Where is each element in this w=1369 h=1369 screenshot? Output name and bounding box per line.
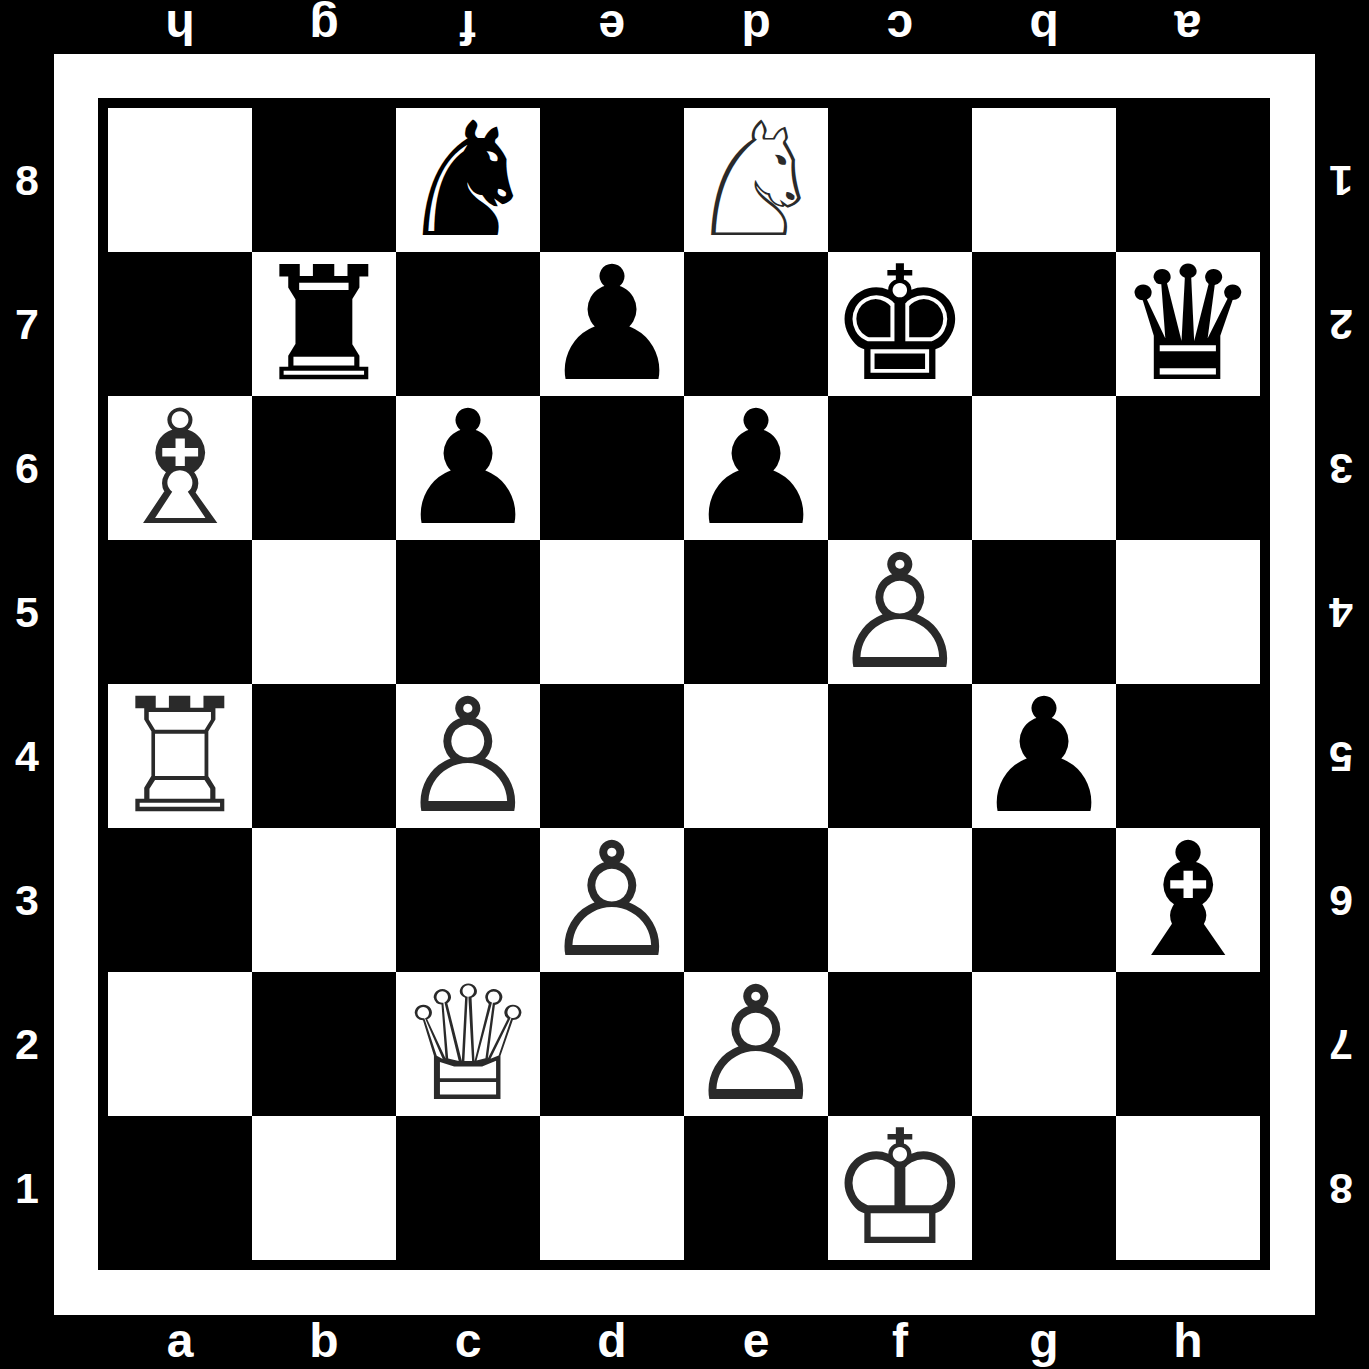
file-label-top-b: b: [1029, 3, 1058, 51]
square-h7[interactable]: ♛: [1116, 252, 1260, 396]
square-g3[interactable]: [972, 828, 1116, 972]
file-label-bottom-d: d: [597, 1317, 626, 1365]
square-e6[interactable]: ♟: [684, 396, 828, 540]
white-pawn-piece[interactable]: ♙: [541, 821, 683, 979]
square-e3[interactable]: [684, 828, 828, 972]
square-e7[interactable]: [684, 252, 828, 396]
file-label-bottom-g: g: [1029, 1317, 1058, 1365]
rank-label-left-7: 7: [15, 303, 39, 346]
black-king-piece[interactable]: ♚: [829, 245, 971, 403]
square-g1[interactable]: [972, 1116, 1116, 1260]
square-g4[interactable]: ♟: [972, 684, 1116, 828]
square-h6[interactable]: [1116, 396, 1260, 540]
square-h2[interactable]: [1116, 972, 1260, 1116]
square-c5[interactable]: [396, 540, 540, 684]
square-e1[interactable]: [684, 1116, 828, 1260]
square-g7[interactable]: [972, 252, 1116, 396]
square-d7[interactable]: ♟: [540, 252, 684, 396]
file-label-bottom-e: e: [743, 1317, 770, 1365]
square-d3[interactable]: ♙: [540, 828, 684, 972]
rank-label-right-7: 7: [1329, 1023, 1353, 1066]
board-grid: ♞♘♜♟♚♛♗♟♟♙♖♙♟♙♝♕♙♔: [108, 108, 1260, 1260]
square-f3[interactable]: [828, 828, 972, 972]
square-g6[interactable]: [972, 396, 1116, 540]
white-bishop-piece[interactable]: ♗: [109, 389, 251, 547]
square-a6[interactable]: ♗: [108, 396, 252, 540]
square-c2[interactable]: ♕: [396, 972, 540, 1116]
square-e8[interactable]: ♘: [684, 108, 828, 252]
square-f1[interactable]: ♔: [828, 1116, 972, 1260]
rank-label-left-5: 5: [15, 591, 39, 634]
square-h8[interactable]: [1116, 108, 1260, 252]
rank-label-right-1: 1: [1329, 159, 1353, 202]
file-label-top-e: e: [599, 3, 626, 51]
chessboard-diagram: ♞♘♜♟♚♛♗♟♟♙♖♙♟♙♝♕♙♔ hgfedcbaabcdefgh87654…: [0, 0, 1369, 1369]
file-label-top-c: c: [887, 3, 914, 51]
square-b4[interactable]: [252, 684, 396, 828]
file-label-top-d: d: [741, 3, 770, 51]
rank-label-right-3: 3: [1329, 447, 1353, 490]
file-label-top-a: a: [1175, 3, 1202, 51]
white-knight-piece[interactable]: ♘: [685, 101, 827, 259]
square-b7[interactable]: ♜: [252, 252, 396, 396]
square-b2[interactable]: [252, 972, 396, 1116]
white-queen-piece[interactable]: ♕: [397, 965, 539, 1123]
square-a2[interactable]: [108, 972, 252, 1116]
black-pawn-piece[interactable]: ♟: [685, 389, 827, 547]
square-e5[interactable]: [684, 540, 828, 684]
square-c6[interactable]: ♟: [396, 396, 540, 540]
square-a5[interactable]: [108, 540, 252, 684]
square-f2[interactable]: [828, 972, 972, 1116]
square-f5[interactable]: ♙: [828, 540, 972, 684]
white-rook-piece[interactable]: ♖: [109, 677, 251, 835]
square-h1[interactable]: [1116, 1116, 1260, 1260]
file-label-bottom-f: f: [892, 1317, 908, 1365]
file-label-top-f: f: [460, 3, 476, 51]
square-d4[interactable]: [540, 684, 684, 828]
square-f7[interactable]: ♚: [828, 252, 972, 396]
black-pawn-piece[interactable]: ♟: [397, 389, 539, 547]
rank-label-left-2: 2: [15, 1023, 39, 1066]
rank-label-left-6: 6: [15, 447, 39, 490]
square-a4[interactable]: ♖: [108, 684, 252, 828]
file-label-bottom-b: b: [309, 1317, 338, 1365]
square-g5[interactable]: [972, 540, 1116, 684]
square-a7[interactable]: [108, 252, 252, 396]
square-h3[interactable]: ♝: [1116, 828, 1260, 972]
rank-label-right-5: 5: [1329, 735, 1353, 778]
rank-label-right-4: 4: [1329, 591, 1353, 634]
square-f8[interactable]: [828, 108, 972, 252]
square-c3[interactable]: [396, 828, 540, 972]
black-pawn-piece[interactable]: ♟: [541, 245, 683, 403]
rank-label-right-6: 6: [1329, 879, 1353, 922]
black-queen-piece[interactable]: ♛: [1117, 245, 1259, 403]
white-pawn-piece[interactable]: ♙: [829, 533, 971, 691]
black-pawn-piece[interactable]: ♟: [973, 677, 1115, 835]
square-c7[interactable]: [396, 252, 540, 396]
square-b8[interactable]: [252, 108, 396, 252]
rank-label-right-2: 2: [1329, 303, 1353, 346]
white-pawn-piece[interactable]: ♙: [397, 677, 539, 835]
file-label-top-g: g: [309, 3, 338, 51]
square-c4[interactable]: ♙: [396, 684, 540, 828]
file-label-bottom-a: a: [167, 1317, 194, 1365]
black-bishop-piece[interactable]: ♝: [1117, 821, 1259, 979]
square-a3[interactable]: [108, 828, 252, 972]
square-g8[interactable]: [972, 108, 1116, 252]
square-d5[interactable]: [540, 540, 684, 684]
file-label-top-h: h: [165, 3, 194, 51]
square-c1[interactable]: [396, 1116, 540, 1260]
file-label-bottom-h: h: [1173, 1317, 1202, 1365]
rank-label-left-4: 4: [15, 735, 39, 778]
square-d1[interactable]: [540, 1116, 684, 1260]
square-b3[interactable]: [252, 828, 396, 972]
white-pawn-piece[interactable]: ♙: [685, 965, 827, 1123]
square-h5[interactable]: [1116, 540, 1260, 684]
square-a1[interactable]: [108, 1116, 252, 1260]
rank-label-left-1: 1: [15, 1167, 39, 1210]
rank-label-left-8: 8: [15, 159, 39, 202]
square-e4[interactable]: [684, 684, 828, 828]
square-e2[interactable]: ♙: [684, 972, 828, 1116]
square-g2[interactable]: [972, 972, 1116, 1116]
square-d8[interactable]: [540, 108, 684, 252]
square-f4[interactable]: [828, 684, 972, 828]
black-knight-piece[interactable]: ♞: [397, 101, 539, 259]
square-d6[interactable]: [540, 396, 684, 540]
square-b5[interactable]: [252, 540, 396, 684]
square-d2[interactable]: [540, 972, 684, 1116]
black-rook-piece[interactable]: ♜: [253, 245, 395, 403]
file-label-bottom-c: c: [455, 1317, 482, 1365]
rank-label-right-8: 8: [1329, 1167, 1353, 1210]
square-b6[interactable]: [252, 396, 396, 540]
white-king-piece[interactable]: ♔: [829, 1109, 971, 1267]
square-a8[interactable]: [108, 108, 252, 252]
square-f6[interactable]: [828, 396, 972, 540]
square-h4[interactable]: [1116, 684, 1260, 828]
rank-label-left-3: 3: [15, 879, 39, 922]
square-c8[interactable]: ♞: [396, 108, 540, 252]
square-b1[interactable]: [252, 1116, 396, 1260]
